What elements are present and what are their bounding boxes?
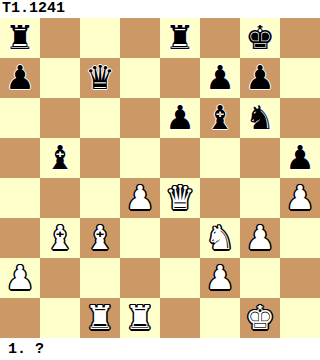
square-f4[interactable] <box>200 178 240 218</box>
square-h1[interactable] <box>280 298 320 338</box>
square-f1[interactable] <box>200 298 240 338</box>
square-h8[interactable] <box>280 18 320 58</box>
piece-white-pawn: ♟ <box>120 178 160 218</box>
square-h5[interactable]: ♟ <box>280 138 320 178</box>
square-e5[interactable] <box>160 138 200 178</box>
square-f6[interactable]: ♝ <box>200 98 240 138</box>
square-e7[interactable] <box>160 58 200 98</box>
piece-white-king: ♚ <box>240 298 280 338</box>
square-d8[interactable] <box>120 18 160 58</box>
piece-white-bishop: ♝ <box>80 218 120 258</box>
square-d7[interactable] <box>120 58 160 98</box>
piece-white-pawn: ♟ <box>0 258 40 298</box>
piece-black-queen: ♛ <box>80 58 120 98</box>
piece-white-pawn: ♟ <box>280 178 320 218</box>
square-e3[interactable] <box>160 218 200 258</box>
square-d6[interactable] <box>120 98 160 138</box>
piece-black-pawn: ♟ <box>160 98 200 138</box>
square-g4[interactable] <box>240 178 280 218</box>
piece-black-pawn: ♟ <box>280 138 320 178</box>
piece-white-pawn: ♟ <box>200 258 240 298</box>
square-d1[interactable]: ♜ <box>120 298 160 338</box>
square-h7[interactable] <box>280 58 320 98</box>
square-g2[interactable] <box>240 258 280 298</box>
square-f8[interactable] <box>200 18 240 58</box>
square-e1[interactable] <box>160 298 200 338</box>
square-d3[interactable] <box>120 218 160 258</box>
square-c8[interactable] <box>80 18 120 58</box>
square-a1[interactable] <box>0 298 40 338</box>
square-e4[interactable]: ♛ <box>160 178 200 218</box>
square-g6[interactable]: ♞ <box>240 98 280 138</box>
square-d5[interactable] <box>120 138 160 178</box>
square-h4[interactable]: ♟ <box>280 178 320 218</box>
piece-black-bishop: ♝ <box>40 138 80 178</box>
square-g7[interactable]: ♟ <box>240 58 280 98</box>
piece-black-knight: ♞ <box>240 98 280 138</box>
square-g1[interactable]: ♚ <box>240 298 280 338</box>
square-b5[interactable]: ♝ <box>40 138 80 178</box>
square-a7[interactable]: ♟ <box>0 58 40 98</box>
square-b4[interactable] <box>40 178 80 218</box>
square-f2[interactable]: ♟ <box>200 258 240 298</box>
square-a2[interactable]: ♟ <box>0 258 40 298</box>
piece-white-rook: ♜ <box>120 298 160 338</box>
square-b2[interactable] <box>40 258 80 298</box>
square-c5[interactable] <box>80 138 120 178</box>
square-c1[interactable]: ♜ <box>80 298 120 338</box>
square-c6[interactable] <box>80 98 120 138</box>
square-c2[interactable] <box>80 258 120 298</box>
square-c7[interactable]: ♛ <box>80 58 120 98</box>
puzzle-id: T1.1241 <box>0 0 320 18</box>
square-g5[interactable] <box>240 138 280 178</box>
piece-black-pawn: ♟ <box>240 58 280 98</box>
square-d4[interactable]: ♟ <box>120 178 160 218</box>
square-e2[interactable] <box>160 258 200 298</box>
piece-white-pawn: ♟ <box>240 218 280 258</box>
square-e8[interactable]: ♜ <box>160 18 200 58</box>
square-a8[interactable]: ♜ <box>0 18 40 58</box>
square-f3[interactable]: ♞ <box>200 218 240 258</box>
square-b1[interactable] <box>40 298 80 338</box>
square-h2[interactable] <box>280 258 320 298</box>
piece-black-bishop: ♝ <box>200 98 240 138</box>
puzzle-window: T1.1241 ♜♜♚♟♛♟♟♟♝♞♝♟♟♛♟♝♝♞♟♟♟♜♜♚ 1. ? <box>0 0 320 360</box>
move-prompt: 1. ? <box>0 338 320 360</box>
piece-white-rook: ♜ <box>80 298 120 338</box>
square-h6[interactable] <box>280 98 320 138</box>
square-b3[interactable]: ♝ <box>40 218 80 258</box>
square-h3[interactable] <box>280 218 320 258</box>
piece-black-pawn: ♟ <box>0 58 40 98</box>
piece-black-king: ♚ <box>240 18 280 58</box>
chess-board: ♜♜♚♟♛♟♟♟♝♞♝♟♟♛♟♝♝♞♟♟♟♜♜♚ <box>0 18 320 338</box>
square-b8[interactable] <box>40 18 80 58</box>
piece-black-rook: ♜ <box>0 18 40 58</box>
square-f7[interactable]: ♟ <box>200 58 240 98</box>
square-d2[interactable] <box>120 258 160 298</box>
square-a3[interactable] <box>0 218 40 258</box>
square-a4[interactable] <box>0 178 40 218</box>
square-a5[interactable] <box>0 138 40 178</box>
piece-white-bishop: ♝ <box>40 218 80 258</box>
square-a6[interactable] <box>0 98 40 138</box>
square-b7[interactable] <box>40 58 80 98</box>
square-g3[interactable]: ♟ <box>240 218 280 258</box>
square-g8[interactable]: ♚ <box>240 18 280 58</box>
piece-black-rook: ♜ <box>160 18 200 58</box>
square-c4[interactable] <box>80 178 120 218</box>
piece-white-knight: ♞ <box>200 218 240 258</box>
square-f5[interactable] <box>200 138 240 178</box>
square-b6[interactable] <box>40 98 80 138</box>
piece-black-pawn: ♟ <box>200 58 240 98</box>
square-c3[interactable]: ♝ <box>80 218 120 258</box>
square-e6[interactable]: ♟ <box>160 98 200 138</box>
piece-white-queen: ♛ <box>160 178 200 218</box>
